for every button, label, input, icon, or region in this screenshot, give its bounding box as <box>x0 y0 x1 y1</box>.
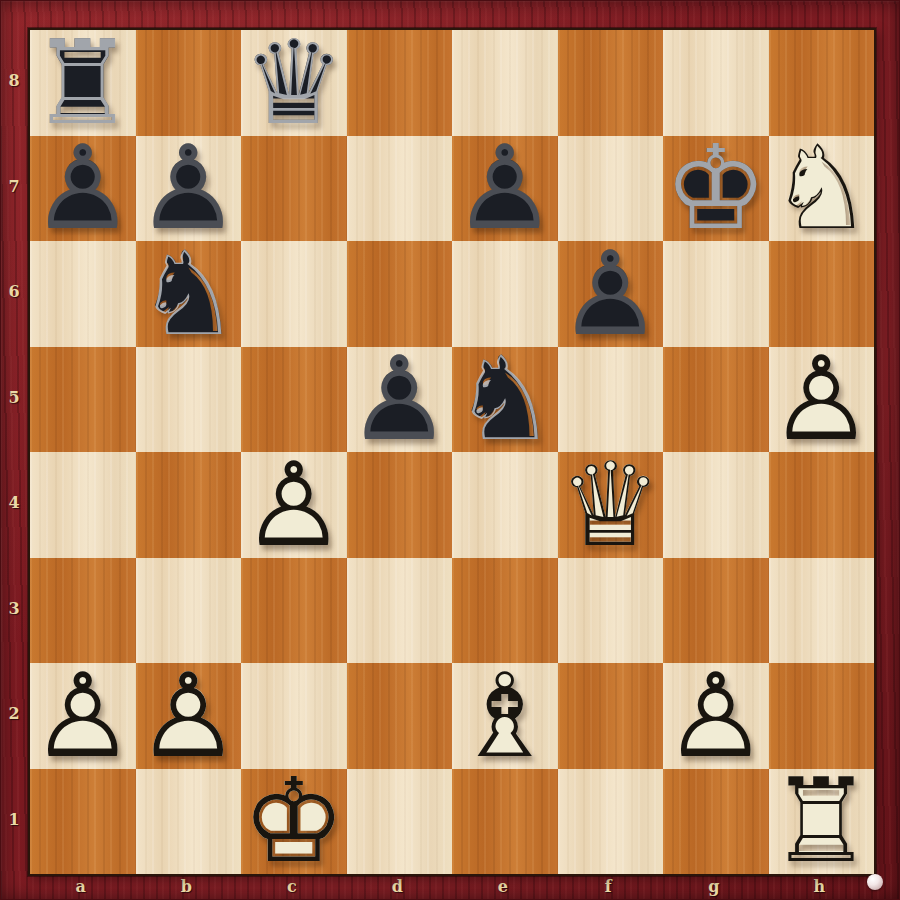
side-to-move-indicator <box>867 874 883 890</box>
square-c7[interactable] <box>241 136 347 242</box>
piece-white-rook[interactable] <box>769 769 875 875</box>
square-f4[interactable] <box>558 452 664 558</box>
square-h7[interactable] <box>769 136 875 242</box>
piece-black-pawn[interactable] <box>347 347 453 453</box>
piece-white-bishop[interactable] <box>452 663 558 769</box>
piece-black-king[interactable] <box>663 136 769 242</box>
square-d8[interactable] <box>347 30 453 136</box>
square-d2[interactable] <box>347 663 453 769</box>
piece-black-knight[interactable] <box>452 347 558 453</box>
square-f3[interactable] <box>558 558 664 664</box>
square-b4[interactable] <box>136 452 242 558</box>
square-c3[interactable] <box>241 558 347 664</box>
piece-white-queen[interactable] <box>558 452 664 558</box>
square-e2[interactable] <box>452 663 558 769</box>
square-h3[interactable] <box>769 558 875 664</box>
piece-white-pawn[interactable] <box>30 663 136 769</box>
square-c8[interactable] <box>241 30 347 136</box>
piece-white-pawn[interactable] <box>241 452 347 558</box>
square-d4[interactable] <box>347 452 453 558</box>
square-e7[interactable] <box>452 136 558 242</box>
rank-label-6: 6 <box>0 239 28 345</box>
piece-white-pawn[interactable] <box>136 663 242 769</box>
chess-board[interactable] <box>28 28 876 876</box>
square-b6[interactable] <box>136 241 242 347</box>
square-f1[interactable] <box>558 769 664 875</box>
square-g1[interactable] <box>663 769 769 875</box>
file-labels: abcdefgh <box>28 872 872 900</box>
board-frame: 87654321 abcdefgh <box>0 0 900 900</box>
piece-white-king[interactable] <box>241 769 347 875</box>
square-a4[interactable] <box>30 452 136 558</box>
square-a5[interactable] <box>30 347 136 453</box>
piece-black-knight[interactable] <box>136 241 242 347</box>
file-label-b: b <box>134 872 240 900</box>
square-g7[interactable] <box>663 136 769 242</box>
square-a7[interactable] <box>30 136 136 242</box>
square-d5[interactable] <box>347 347 453 453</box>
square-d1[interactable] <box>347 769 453 875</box>
rank-label-2: 2 <box>0 661 28 767</box>
file-label-a: a <box>28 872 134 900</box>
square-g4[interactable] <box>663 452 769 558</box>
file-label-e: e <box>450 872 556 900</box>
square-e4[interactable] <box>452 452 558 558</box>
square-h1[interactable] <box>769 769 875 875</box>
square-g6[interactable] <box>663 241 769 347</box>
square-a6[interactable] <box>30 241 136 347</box>
square-g5[interactable] <box>663 347 769 453</box>
rank-label-5: 5 <box>0 345 28 451</box>
piece-black-queen[interactable] <box>241 30 347 136</box>
piece-black-pawn[interactable] <box>452 136 558 242</box>
file-label-d: d <box>345 872 451 900</box>
square-d7[interactable] <box>347 136 453 242</box>
rank-labels: 87654321 <box>0 28 28 872</box>
rank-label-1: 1 <box>0 767 28 873</box>
piece-white-pawn[interactable] <box>663 663 769 769</box>
piece-white-pawn[interactable] <box>769 347 875 453</box>
square-h4[interactable] <box>769 452 875 558</box>
square-c1[interactable] <box>241 769 347 875</box>
rank-label-3: 3 <box>0 556 28 662</box>
rank-label-4: 4 <box>0 450 28 556</box>
square-b2[interactable] <box>136 663 242 769</box>
piece-black-pawn[interactable] <box>558 241 664 347</box>
square-e5[interactable] <box>452 347 558 453</box>
square-c6[interactable] <box>241 241 347 347</box>
square-b5[interactable] <box>136 347 242 453</box>
square-g2[interactable] <box>663 663 769 769</box>
square-f8[interactable] <box>558 30 664 136</box>
piece-black-pawn[interactable] <box>30 136 136 242</box>
rank-label-7: 7 <box>0 134 28 240</box>
square-c4[interactable] <box>241 452 347 558</box>
square-f6[interactable] <box>558 241 664 347</box>
square-a1[interactable] <box>30 769 136 875</box>
rank-label-8: 8 <box>0 28 28 134</box>
square-b1[interactable] <box>136 769 242 875</box>
square-a2[interactable] <box>30 663 136 769</box>
square-h5[interactable] <box>769 347 875 453</box>
file-label-g: g <box>661 872 767 900</box>
square-e1[interactable] <box>452 769 558 875</box>
square-f2[interactable] <box>558 663 664 769</box>
square-d3[interactable] <box>347 558 453 664</box>
file-label-f: f <box>556 872 662 900</box>
piece-white-knight[interactable] <box>769 136 875 242</box>
